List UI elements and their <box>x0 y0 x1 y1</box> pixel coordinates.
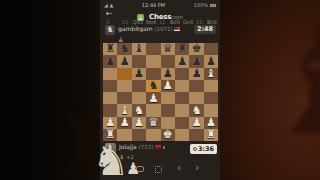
square-d6[interactable] <box>146 68 160 80</box>
battery-icon <box>210 4 216 7</box>
black-king: ♚ <box>191 43 201 55</box>
top-player-rating: (1971) <box>154 26 172 32</box>
battery-percent: 100% <box>194 2 208 8</box>
square-b7[interactable]: ♟ <box>117 55 131 67</box>
square-f1[interactable] <box>175 129 189 141</box>
analysis-board-icon[interactable] <box>155 166 162 173</box>
square-h6[interactable]: ♝ <box>204 68 218 80</box>
video-frame: ♜ ♝ ◢ ▲ 12:44 PM 100% ← ♙ Chesscom 9.…10… <box>0 0 320 180</box>
square-g3[interactable]: ♞ <box>189 104 203 116</box>
square-g1[interactable] <box>189 129 203 141</box>
chess-board: ♜♞♝♛♜♚♟♟♟♟♟♟♟♟♝♞♟♟♝♞♞♟♟♟♛♟♟♜♚♜ <box>103 43 218 141</box>
square-e8[interactable]: ♛ <box>161 43 175 55</box>
top-player-username: gambitgam <box>118 25 153 32</box>
clock-icon <box>193 147 197 151</box>
square-a8[interactable]: ♜ <box>103 43 117 55</box>
left-letterbox: ♜ <box>0 0 100 180</box>
square-h2[interactable]: ♟ <box>204 117 218 129</box>
nav-bar: ← ♙ Chesscom <box>100 9 220 18</box>
status-bar: ◢ ▲ 12:44 PM 100% <box>100 1 220 9</box>
black-pawn: ♟ <box>105 56 115 68</box>
square-b3[interactable]: ♝ <box>117 104 131 116</box>
white-knight: ♞ <box>191 105 201 117</box>
square-b4[interactable] <box>117 92 131 104</box>
black-knight: ♞ <box>148 80 158 92</box>
white-rook: ♜ <box>206 129 216 141</box>
square-a5[interactable] <box>103 80 117 92</box>
bottom-player-flag-icon <box>155 145 161 149</box>
white-queen: ♛ <box>148 117 158 129</box>
white-pawn: ♟ <box>148 93 158 105</box>
blurred-bishop-art: ♝ <box>258 6 320 156</box>
square-g7[interactable]: ♟ <box>189 55 203 67</box>
signal-wifi-icons: ◢ ▲ <box>104 2 113 8</box>
square-d3[interactable] <box>146 104 160 116</box>
square-b8[interactable]: ♞ <box>117 43 131 55</box>
square-f2[interactable] <box>175 117 189 129</box>
square-h7[interactable]: ♟ <box>204 55 218 67</box>
black-pawn: ♟ <box>163 68 173 80</box>
move-token[interactable]: 9. <box>106 19 111 25</box>
square-d1[interactable] <box>146 129 160 141</box>
square-e3[interactable] <box>161 104 175 116</box>
square-g4[interactable] <box>189 92 203 104</box>
top-player-name: gambitgam (1971) <box>118 25 180 32</box>
move-list-strip[interactable]: 9.…10.Qd3Nb611.Bd3Qe812.Bh6Nd5 <box>100 19 220 25</box>
square-e4[interactable] <box>161 92 175 104</box>
black-queen: ♛ <box>163 43 173 55</box>
square-d4[interactable]: ♟ <box>146 92 160 104</box>
white-pawn: ♟ <box>206 117 216 129</box>
square-f7[interactable]: ♟ <box>175 55 189 67</box>
white-knight: ♞ <box>134 105 144 117</box>
black-pawn: ♟ <box>119 56 129 68</box>
square-a6[interactable] <box>103 68 117 80</box>
white-pawn: ♟ <box>119 117 129 129</box>
square-c6[interactable]: ♟ <box>132 68 146 80</box>
move-token[interactable]: Qd3 <box>133 19 143 25</box>
square-e5[interactable]: ♟ <box>161 80 175 92</box>
square-b6[interactable] <box>117 68 131 80</box>
square-d2[interactable]: ♛ <box>146 117 160 129</box>
square-f8[interactable]: ♜ <box>175 43 189 55</box>
square-d5[interactable]: ♞ <box>146 80 160 92</box>
white-pawn: ♟ <box>134 117 144 129</box>
black-knight: ♞ <box>119 43 129 55</box>
white-bishop: ♝ <box>119 105 129 117</box>
move-token[interactable]: Bd3 <box>170 19 180 25</box>
move-token[interactable]: Nb6 <box>146 19 156 25</box>
square-c3[interactable]: ♞ <box>132 104 146 116</box>
top-player-clock: 2:48 <box>194 25 216 34</box>
white-pawn: ♟ <box>191 117 201 129</box>
move-token[interactable]: 12. <box>196 19 204 25</box>
bottom-player-rating: (733) <box>139 144 154 150</box>
overlay-knight-graphic: ♞ <box>92 140 130 180</box>
square-h4[interactable] <box>204 92 218 104</box>
square-g8[interactable]: ♚ <box>189 43 203 55</box>
square-c8[interactable]: ♝ <box>132 43 146 55</box>
square-g2[interactable]: ♟ <box>189 117 203 129</box>
square-f5[interactable] <box>175 80 189 92</box>
white-bishop: ♝ <box>206 68 216 80</box>
square-d8[interactable] <box>146 43 160 55</box>
online-status-dot <box>163 146 166 149</box>
square-f4[interactable] <box>175 92 189 104</box>
move-token[interactable]: 11. <box>159 19 167 25</box>
black-pawn: ♟ <box>206 56 216 68</box>
square-a4[interactable] <box>103 92 117 104</box>
white-king: ♚ <box>163 129 173 141</box>
square-e1[interactable]: ♚ <box>161 129 175 141</box>
top-player-flag-icon <box>174 27 180 31</box>
top-captured-pieces: ♙ <box>118 36 123 43</box>
square-c1[interactable] <box>132 129 146 141</box>
black-pawn: ♟ <box>134 68 144 80</box>
square-g5[interactable] <box>189 80 203 92</box>
bottom-player-clock: 3:36 <box>190 144 217 154</box>
top-player-avatar[interactable]: ♞ <box>105 25 115 35</box>
black-pawn: ♟ <box>177 56 187 68</box>
square-e2[interactable] <box>161 117 175 129</box>
square-h5[interactable] <box>204 80 218 92</box>
top-player-row: ♞ gambitgam (1971) 2:48 <box>100 25 220 36</box>
square-h8[interactable] <box>204 43 218 55</box>
square-f3[interactable] <box>175 104 189 116</box>
black-rook: ♜ <box>177 43 187 55</box>
square-e7[interactable] <box>161 55 175 67</box>
overlay-pawn-graphic: ♟ <box>126 161 140 177</box>
white-pawn: ♟ <box>105 117 115 129</box>
right-letterbox: ♝ <box>220 0 320 180</box>
square-c2[interactable]: ♟ <box>132 117 146 129</box>
square-h3[interactable] <box>204 104 218 116</box>
square-a3[interactable] <box>103 104 117 116</box>
square-c7[interactable] <box>132 55 146 67</box>
battery-indicator: 100% <box>194 2 216 8</box>
next-move-button[interactable]: › <box>195 161 199 174</box>
square-f6[interactable] <box>175 68 189 80</box>
move-token[interactable]: Bh6 <box>207 19 217 25</box>
white-pawn: ♟ <box>163 80 173 92</box>
square-b2[interactable]: ♟ <box>117 117 131 129</box>
square-e6[interactable]: ♟ <box>161 68 175 80</box>
move-token[interactable]: … <box>114 19 119 25</box>
square-b5[interactable] <box>117 80 131 92</box>
square-a2[interactable]: ♟ <box>103 117 117 129</box>
square-d7[interactable] <box>146 55 160 67</box>
bottom-clock-time: 3:36 <box>198 145 214 153</box>
move-token[interactable]: 10. <box>122 19 130 25</box>
black-bishop: ♝ <box>134 43 144 55</box>
black-rook: ♜ <box>105 43 115 55</box>
square-h1[interactable]: ♜ <box>204 129 218 141</box>
move-token[interactable]: Qe8 <box>183 19 193 25</box>
square-a7[interactable]: ♟ <box>103 55 117 67</box>
previous-move-button[interactable]: ‹ <box>177 161 181 174</box>
black-pawn: ♟ <box>191 68 201 80</box>
square-c4[interactable] <box>132 92 146 104</box>
square-c5[interactable] <box>132 80 146 92</box>
black-pawn: ♟ <box>191 56 201 68</box>
square-g6[interactable]: ♟ <box>189 68 203 80</box>
